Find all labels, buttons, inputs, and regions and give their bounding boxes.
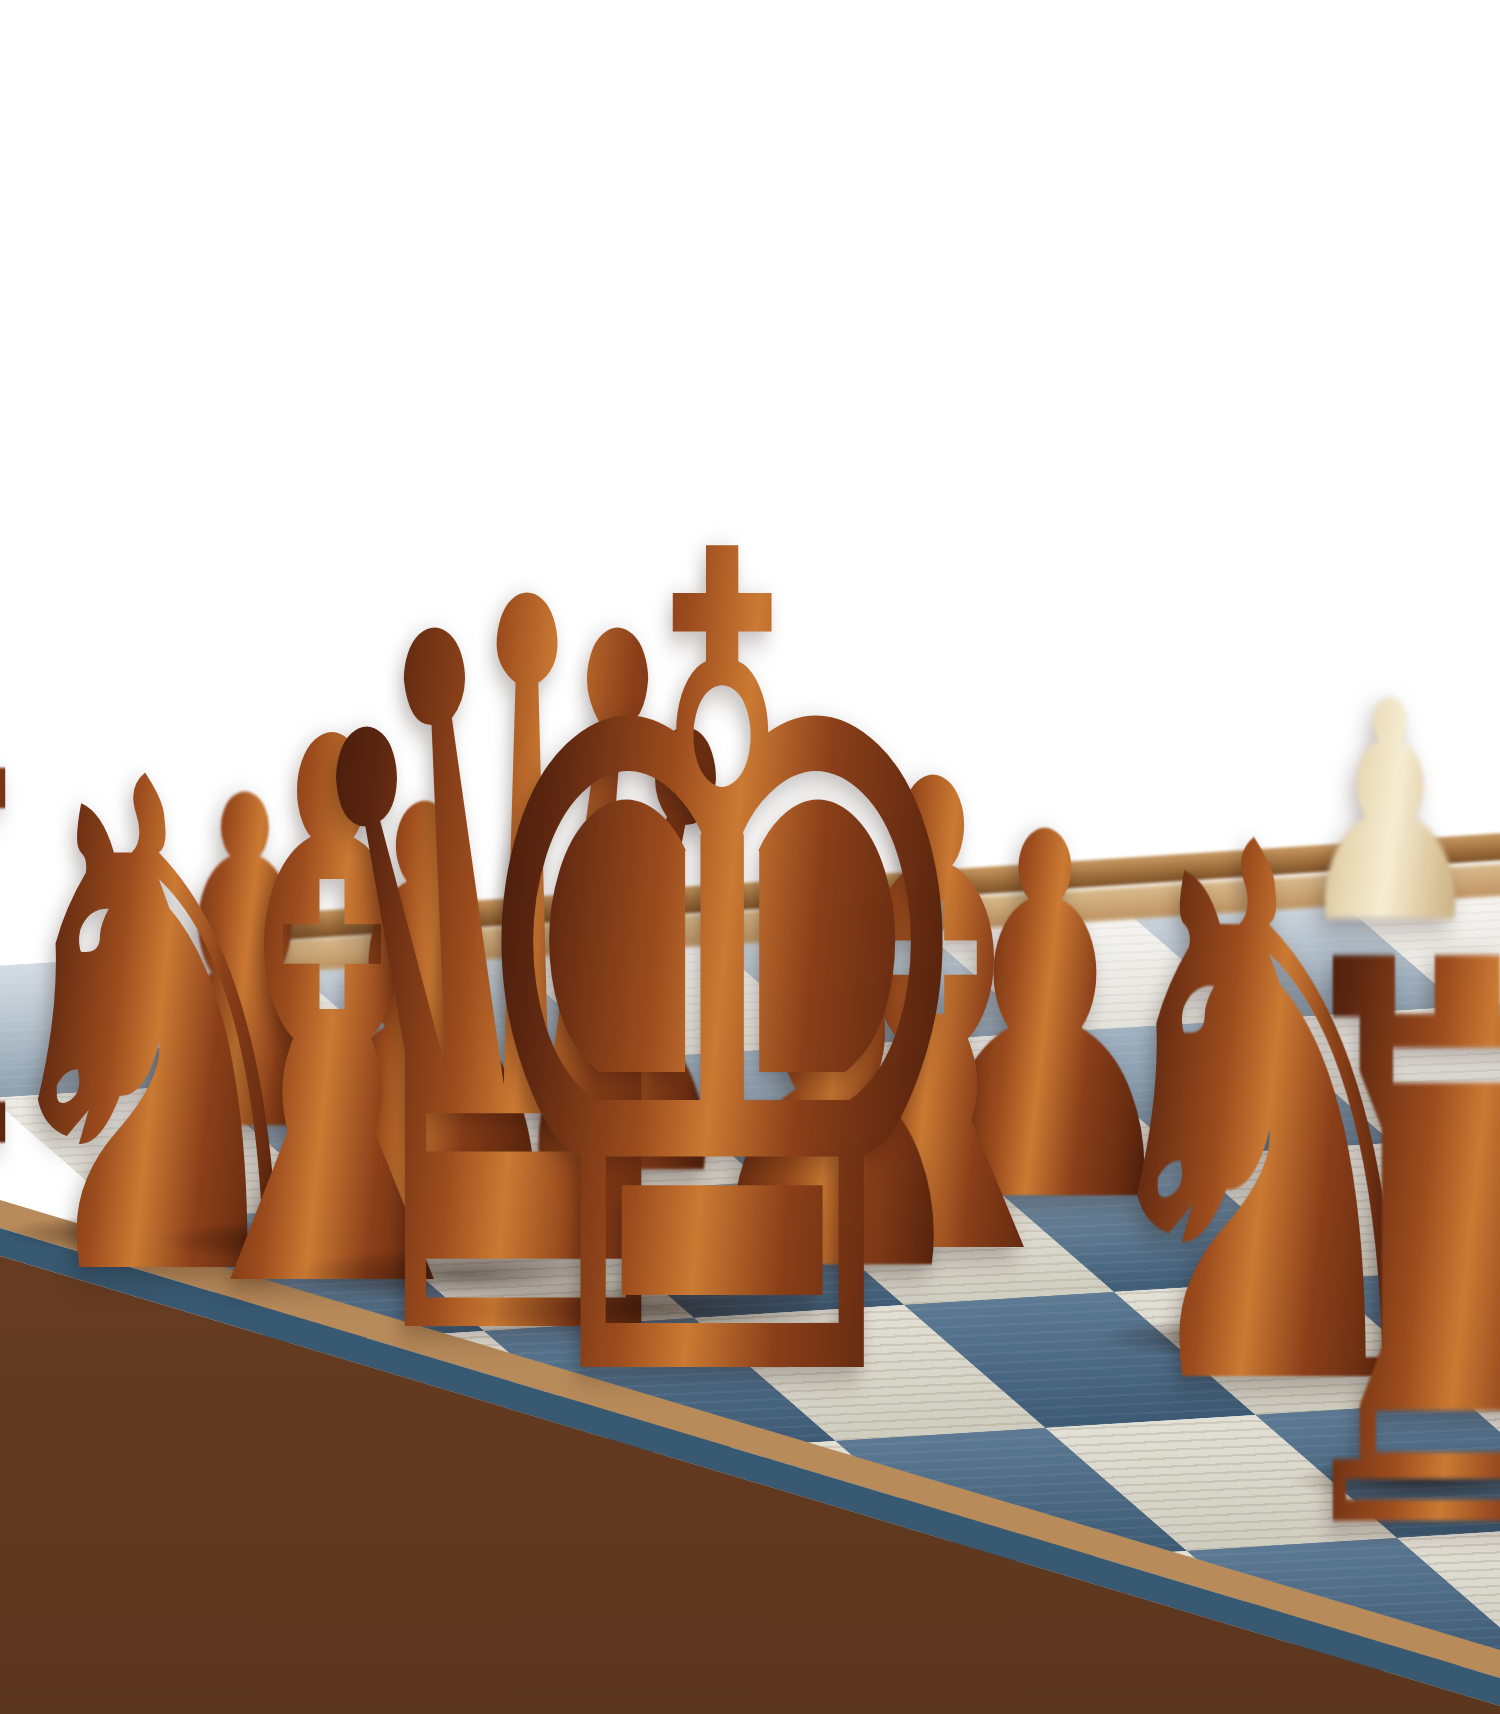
chess-set-product-photo: ♟♟♜♟♟♟♝♞♟♝♛♚♞♜	[0, 0, 1500, 1714]
piece-dark-king-black-king: ♚	[440, 415, 1005, 1540]
pieces-layer: ♟♟♜♟♟♟♝♞♟♝♛♚♞♜	[0, 0, 1500, 1714]
piece-dark-rook-black-rook-right: ♜	[1253, 866, 1500, 1640]
